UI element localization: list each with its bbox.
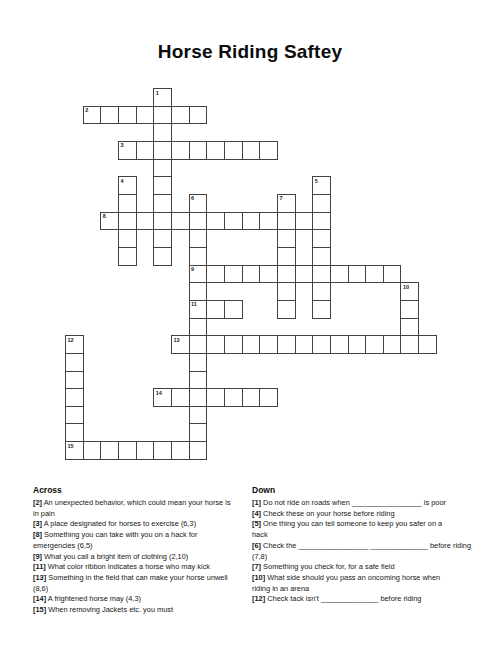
grid-cell[interactable] [259, 388, 278, 407]
clue-item: [10] What side should you pass an oncomi… [252, 573, 480, 594]
grid-cell[interactable] [277, 247, 296, 266]
grid-cell[interactable]: 13 [171, 335, 190, 354]
grid-cell[interactable] [312, 300, 331, 319]
grid-cell[interactable] [206, 300, 225, 319]
grid-cell[interactable] [312, 194, 331, 213]
crossword-page: { "game": "crossword", "title": "Horse R… [0, 0, 500, 647]
grid-cell[interactable] [100, 441, 119, 460]
grid-cell[interactable] [312, 265, 331, 284]
clue-item-number: [13] [33, 573, 46, 582]
grid-cell[interactable]: 15 [65, 441, 84, 460]
grid-cell[interactable] [312, 247, 331, 266]
grid-cell[interactable] [206, 335, 225, 354]
grid-cell[interactable] [171, 388, 190, 407]
grid-cell[interactable] [189, 318, 208, 337]
grid-cell[interactable] [330, 265, 349, 284]
across-clues-section: Across [2] An unexpected behavior, which… [33, 485, 255, 616]
grid-cell[interactable] [189, 247, 208, 266]
grid-cell[interactable] [118, 229, 137, 248]
clue-item: [12] Check tack isn't ______________ bef… [252, 594, 480, 605]
clue-number: 1 [156, 90, 159, 96]
grid-cell[interactable] [242, 265, 261, 284]
clue-item: [3] A place designated for horses to exe… [33, 519, 255, 530]
clue-item-number: [14] [33, 594, 46, 603]
grid-cell[interactable] [189, 106, 208, 125]
grid-cell[interactable] [171, 141, 190, 160]
grid-cell[interactable] [153, 159, 172, 178]
grid-cell[interactable] [65, 353, 84, 372]
grid-cell[interactable] [259, 141, 278, 160]
grid-cell[interactable]: 11 [189, 300, 208, 319]
grid-cell[interactable] [259, 335, 278, 354]
across-clue-list: [2] An unexpected behavior, which could … [33, 498, 255, 616]
grid-cell[interactable] [206, 388, 225, 407]
grid-cell[interactable] [65, 423, 84, 442]
grid-cell[interactable] [118, 212, 137, 231]
clue-number: 15 [68, 443, 74, 449]
grid-cell[interactable] [348, 265, 367, 284]
grid-cell[interactable] [206, 141, 225, 160]
grid-cell[interactable] [206, 212, 225, 231]
grid-cell[interactable] [348, 335, 367, 354]
clue-number: 7 [279, 195, 282, 201]
clue-item-number: [7] [252, 562, 261, 571]
grid-cell[interactable] [400, 335, 419, 354]
grid-cell[interactable] [171, 106, 190, 125]
grid-cell[interactable] [365, 335, 384, 354]
grid-cell[interactable] [259, 212, 278, 231]
clue-item: [1] Do not ride on roads when __________… [252, 498, 480, 509]
grid-cell[interactable] [153, 247, 172, 266]
clue-item: [9] What you call a bright item of cloth… [33, 552, 255, 563]
grid-cell[interactable] [259, 265, 278, 284]
grid-cell[interactable]: 4 [118, 176, 137, 195]
grid-cell[interactable] [83, 441, 102, 460]
grid-cell[interactable] [242, 141, 261, 160]
grid-cell[interactable] [153, 229, 172, 248]
grid-cell[interactable] [100, 106, 119, 125]
grid-cell[interactable]: 8 [100, 212, 119, 231]
clue-item-number: [5] [252, 519, 261, 528]
grid-cell[interactable] [242, 388, 261, 407]
grid-cell[interactable] [118, 194, 137, 213]
grid-cell[interactable] [118, 247, 137, 266]
grid-cell[interactable] [189, 371, 208, 390]
grid-cell[interactable] [118, 441, 137, 460]
clue-item: [2] An unexpected behavior, which could … [33, 498, 255, 519]
grid-cell[interactable] [206, 265, 225, 284]
clue-item-number: [1] [252, 498, 261, 507]
clue-number: 10 [403, 284, 409, 290]
grid-cell[interactable]: 2 [83, 106, 102, 125]
grid-cell[interactable] [189, 441, 208, 460]
crossword-grid: 123456789101112131415 [65, 88, 436, 459]
clue-item-number: [2] [33, 498, 42, 507]
grid-cell[interactable] [153, 441, 172, 460]
grid-cell[interactable] [189, 388, 208, 407]
grid-cell[interactable]: 1 [153, 88, 172, 107]
clue-number: 9 [191, 266, 194, 272]
grid-cell[interactable] [224, 141, 243, 160]
grid-cell[interactable] [312, 212, 331, 231]
grid-cell[interactable]: 7 [277, 194, 296, 213]
clue-number: 11 [191, 301, 197, 307]
grid-cell[interactable] [224, 265, 243, 284]
grid-cell[interactable] [65, 388, 84, 407]
grid-cell[interactable] [189, 406, 208, 425]
grid-cell[interactable] [295, 265, 314, 284]
clue-item: [15] When removing Jackets etc. you must [33, 605, 255, 616]
grid-cell[interactable] [295, 335, 314, 354]
grid-cell[interactable] [365, 265, 384, 284]
grid-cell[interactable] [65, 371, 84, 390]
grid-cell[interactable] [312, 229, 331, 248]
clue-number: 5 [315, 178, 318, 184]
clue-number: 4 [120, 178, 123, 184]
clue-item: [13] Something in the field that can mak… [33, 573, 255, 594]
grid-cell[interactable]: 6 [189, 194, 208, 213]
grid-cell[interactable]: 12 [65, 335, 84, 354]
grid-cell[interactable]: 9 [189, 265, 208, 284]
grid-cell[interactable]: 14 [153, 388, 172, 407]
grid-cell[interactable] [153, 176, 172, 195]
clue-item-number: [3] [33, 519, 42, 528]
clue-item: [7] Something you check for, for a safe … [252, 562, 480, 573]
grid-cell[interactable] [153, 194, 172, 213]
down-clues-section: Down [1] Do not ride on roads when _____… [252, 485, 480, 605]
grid-cell[interactable] [136, 441, 155, 460]
grid-cell[interactable] [189, 282, 208, 301]
grid-cell[interactable] [224, 300, 243, 319]
grid-cell[interactable] [277, 229, 296, 248]
grid-cell[interactable] [312, 282, 331, 301]
clue-item-number: [12] [252, 594, 265, 603]
grid-cell[interactable] [312, 335, 331, 354]
grid-cell[interactable] [153, 141, 172, 160]
grid-cell[interactable] [277, 265, 296, 284]
grid-cell[interactable] [189, 353, 208, 372]
clue-item-number: [15] [33, 605, 46, 614]
clue-item-number: [11] [33, 562, 46, 571]
clue-number: 13 [173, 337, 179, 343]
clue-number: 3 [120, 142, 123, 148]
grid-cell[interactable] [277, 335, 296, 354]
grid-cell[interactable] [189, 335, 208, 354]
grid-cell[interactable] [189, 212, 208, 231]
grid-cell[interactable] [118, 106, 137, 125]
grid-cell[interactable] [153, 123, 172, 142]
grid-cell[interactable] [277, 300, 296, 319]
clue-number: 6 [191, 195, 194, 201]
down-heading: Down [252, 485, 480, 495]
grid-cell[interactable] [224, 212, 243, 231]
down-clue-list: [1] Do not ride on roads when __________… [252, 498, 480, 605]
clue-item: [6] Check the _________________ ________… [252, 541, 480, 562]
grid-cell[interactable] [171, 441, 190, 460]
clue-item-number: [9] [33, 552, 42, 561]
grid-cell[interactable] [136, 106, 155, 125]
grid-cell[interactable] [242, 335, 261, 354]
clue-item: [4] Check these on your horse before rid… [252, 509, 480, 520]
grid-cell[interactable] [277, 212, 296, 231]
grid-cell[interactable] [153, 212, 172, 231]
grid-cell[interactable] [224, 388, 243, 407]
clue-item: [8] Something you can take with you on a… [33, 530, 255, 551]
grid-cell[interactable] [295, 212, 314, 231]
clue-number: 8 [103, 213, 106, 219]
grid-cell[interactable] [400, 300, 419, 319]
grid-cell[interactable] [136, 141, 155, 160]
grid-cell[interactable] [189, 229, 208, 248]
grid-cell[interactable] [189, 141, 208, 160]
across-heading: Across [33, 485, 255, 495]
clue-item: [11] What color ribbon indicates a horse… [33, 562, 255, 573]
clue-item: [14] A frightened horse may (4,3) [33, 594, 255, 605]
puzzle-title: Horse Riding Saftey [0, 41, 500, 63]
clue-number: 2 [85, 107, 88, 113]
grid-cell[interactable]: 5 [312, 176, 331, 195]
grid-cell[interactable] [418, 335, 437, 354]
grid-cell[interactable] [171, 212, 190, 231]
grid-cell[interactable] [277, 282, 296, 301]
grid-cell[interactable] [65, 406, 84, 425]
clue-item: [5] One thing you can tell someone to ke… [252, 519, 480, 540]
clue-item-number: [8] [33, 530, 42, 539]
grid-cell[interactable]: 3 [118, 141, 137, 160]
grid-cell[interactable]: 10 [400, 282, 419, 301]
clue-item-number: [10] [252, 573, 265, 582]
clue-item-number: [4] [252, 509, 261, 518]
clue-number: 14 [156, 390, 162, 396]
grid-cell[interactable] [242, 212, 261, 231]
grid-cell[interactable] [153, 106, 172, 125]
clue-number: 12 [68, 337, 74, 343]
grid-cell[interactable] [136, 212, 155, 231]
grid-cell[interactable] [189, 423, 208, 442]
grid-cell[interactable] [400, 318, 419, 337]
grid-cell[interactable] [330, 335, 349, 354]
grid-cell[interactable] [383, 265, 402, 284]
grid-cell[interactable] [383, 335, 402, 354]
clue-item-number: [6] [252, 541, 261, 550]
grid-cell[interactable] [224, 335, 243, 354]
